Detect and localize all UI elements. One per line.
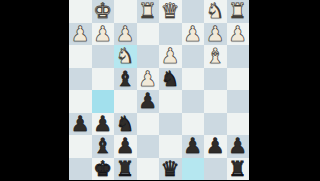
- square-h4[interactable]: [69, 68, 92, 91]
- square-h7[interactable]: [69, 135, 92, 158]
- piece-white-pawn[interactable]: ♟: [228, 23, 247, 46]
- square-g3[interactable]: [92, 45, 115, 68]
- square-c5[interactable]: [182, 90, 205, 113]
- square-d1[interactable]: ♛: [159, 0, 182, 23]
- square-e8[interactable]: [137, 158, 160, 181]
- square-h8[interactable]: [69, 158, 92, 181]
- square-h6[interactable]: ♟: [69, 113, 92, 136]
- piece-white-pawn[interactable]: ♟: [138, 68, 157, 91]
- square-b5[interactable]: [204, 90, 227, 113]
- piece-black-pawn[interactable]: ♟: [206, 135, 225, 158]
- square-f7[interactable]: ♟: [114, 135, 137, 158]
- square-d3[interactable]: ♟: [159, 45, 182, 68]
- piece-black-bishop[interactable]: ♝: [116, 68, 135, 91]
- piece-white-knight[interactable]: ♞: [116, 45, 135, 68]
- piece-black-pawn[interactable]: ♟: [228, 135, 247, 158]
- piece-white-pawn[interactable]: ♟: [93, 23, 112, 46]
- square-c3[interactable]: [182, 45, 205, 68]
- square-a5[interactable]: [227, 90, 250, 113]
- piece-black-rook[interactable]: ♜: [228, 158, 247, 181]
- square-a7[interactable]: ♟: [227, 135, 250, 158]
- piece-white-rook[interactable]: ♜: [228, 0, 247, 23]
- square-b2[interactable]: ♟: [204, 23, 227, 46]
- piece-black-pawn[interactable]: ♟: [116, 135, 135, 158]
- square-a1[interactable]: ♜: [227, 0, 250, 23]
- square-d8[interactable]: ♛: [159, 158, 182, 181]
- square-d5[interactable]: [159, 90, 182, 113]
- square-a3[interactable]: [227, 45, 250, 68]
- square-c2[interactable]: ♟: [182, 23, 205, 46]
- square-b8[interactable]: [204, 158, 227, 181]
- square-d6[interactable]: [159, 113, 182, 136]
- square-h3[interactable]: [69, 45, 92, 68]
- square-a2[interactable]: ♟: [227, 23, 250, 46]
- piece-black-pawn[interactable]: ♟: [138, 90, 157, 113]
- square-d7[interactable]: [159, 135, 182, 158]
- piece-black-bishop[interactable]: ♝: [93, 135, 112, 158]
- square-c6[interactable]: [182, 113, 205, 136]
- piece-black-pawn[interactable]: ♟: [183, 135, 202, 158]
- square-b4[interactable]: [204, 68, 227, 91]
- square-e7[interactable]: [137, 135, 160, 158]
- square-f6[interactable]: ♞: [114, 113, 137, 136]
- square-f2[interactable]: ♟: [114, 23, 137, 46]
- piece-white-rook[interactable]: ♜: [138, 0, 157, 23]
- square-f1[interactable]: [114, 0, 137, 23]
- piece-white-pawn[interactable]: ♟: [116, 23, 135, 46]
- square-f4[interactable]: ♝: [114, 68, 137, 91]
- square-g7[interactable]: ♝: [92, 135, 115, 158]
- square-b7[interactable]: ♟: [204, 135, 227, 158]
- letterbox-left: [0, 0, 69, 180]
- square-f5[interactable]: [114, 90, 137, 113]
- piece-black-rook[interactable]: ♜: [116, 158, 135, 181]
- piece-black-knight[interactable]: ♞: [116, 113, 135, 136]
- square-e5[interactable]: ♟: [137, 90, 160, 113]
- square-e2[interactable]: [137, 23, 160, 46]
- square-f3[interactable]: ♞: [114, 45, 137, 68]
- square-a8[interactable]: ♜: [227, 158, 250, 181]
- square-g2[interactable]: ♟: [92, 23, 115, 46]
- piece-black-king[interactable]: ♚: [93, 158, 112, 181]
- piece-white-pawn[interactable]: ♟: [206, 23, 225, 46]
- letterbox-right: [249, 0, 320, 180]
- piece-white-bishop[interactable]: ♝: [206, 45, 225, 68]
- square-f8[interactable]: ♜: [114, 158, 137, 181]
- square-h5[interactable]: [69, 90, 92, 113]
- square-g5[interactable]: [92, 90, 115, 113]
- square-e3[interactable]: [137, 45, 160, 68]
- square-c4[interactable]: [182, 68, 205, 91]
- square-g6[interactable]: ♟: [92, 113, 115, 136]
- square-e6[interactable]: [137, 113, 160, 136]
- square-h2[interactable]: ♟: [69, 23, 92, 46]
- piece-black-pawn[interactable]: ♟: [93, 113, 112, 136]
- square-g4[interactable]: [92, 68, 115, 91]
- piece-white-pawn[interactable]: ♟: [183, 23, 202, 46]
- chess-board: ♚♜♛♞♜♟♟♟♟♟♟♞♟♝♝♟♞♟♟♟♞♝♟♟♟♟♚♜♛♜: [69, 0, 249, 180]
- square-g1[interactable]: ♚: [92, 0, 115, 23]
- piece-white-pawn[interactable]: ♟: [161, 45, 180, 68]
- square-g8[interactable]: ♚: [92, 158, 115, 181]
- square-b1[interactable]: ♞: [204, 0, 227, 23]
- square-d2[interactable]: [159, 23, 182, 46]
- piece-black-knight[interactable]: ♞: [161, 68, 180, 91]
- square-c7[interactable]: ♟: [182, 135, 205, 158]
- square-h1[interactable]: [69, 0, 92, 23]
- square-b3[interactable]: ♝: [204, 45, 227, 68]
- video-frame: ♚♜♛♞♜♟♟♟♟♟♟♞♟♝♝♟♞♟♟♟♞♝♟♟♟♟♚♜♛♜: [0, 0, 320, 180]
- piece-black-pawn[interactable]: ♟: [71, 113, 90, 136]
- piece-white-queen[interactable]: ♛: [161, 0, 180, 23]
- square-c1[interactable]: [182, 0, 205, 23]
- square-c8[interactable]: [182, 158, 205, 181]
- square-e1[interactable]: ♜: [137, 0, 160, 23]
- piece-black-queen[interactable]: ♛: [161, 158, 180, 181]
- square-a4[interactable]: [227, 68, 250, 91]
- square-e4[interactable]: ♟: [137, 68, 160, 91]
- piece-white-king[interactable]: ♚: [93, 0, 112, 23]
- piece-white-knight[interactable]: ♞: [206, 0, 225, 23]
- square-b6[interactable]: [204, 113, 227, 136]
- piece-white-pawn[interactable]: ♟: [71, 23, 90, 46]
- square-d4[interactable]: ♞: [159, 68, 182, 91]
- square-a6[interactable]: [227, 113, 250, 136]
